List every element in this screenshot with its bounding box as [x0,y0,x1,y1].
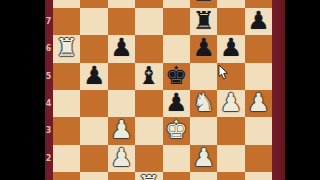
white-pawn-f2[interactable]: ♟ [192,144,214,171]
rank-label-4: 4 [44,90,53,117]
rank-label-2: 2 [44,145,53,172]
white-king-e3[interactable]: ♚ [165,116,187,143]
square-f4[interactable]: ♞ [190,90,217,117]
rank-label-3: 3 [44,117,53,144]
square-a1[interactable] [53,172,80,180]
square-g6[interactable]: ♟ [217,35,244,62]
square-f2[interactable]: ♟ [190,145,217,172]
square-h2[interactable] [245,145,272,172]
square-d1[interactable]: ♜ [135,172,162,180]
square-b5[interactable]: ♟ [80,63,107,90]
square-f3[interactable] [190,117,217,144]
white-pawn-g4[interactable]: ♟ [220,89,242,116]
square-h7[interactable]: ♟ [245,8,272,35]
square-c7[interactable] [108,8,135,35]
chess-board[interactable]: ♜♜♟♜♟♟♟♟♝♚♟♞♟♟♟♚♟♟♜ [53,0,272,180]
square-c3[interactable]: ♟ [108,117,135,144]
white-pawn-c2[interactable]: ♟ [110,144,132,171]
square-f6[interactable]: ♟ [190,35,217,62]
square-a4[interactable] [53,90,80,117]
square-b3[interactable] [80,117,107,144]
square-g7[interactable] [217,8,244,35]
square-b6[interactable] [80,35,107,62]
square-c5[interactable] [108,63,135,90]
black-king-e5[interactable]: ♚ [165,62,187,89]
square-b7[interactable] [80,8,107,35]
black-pawn-g6[interactable]: ♟ [220,34,242,61]
square-e7[interactable] [163,8,190,35]
square-c1[interactable] [108,172,135,180]
square-d6[interactable] [135,35,162,62]
square-b1[interactable] [80,172,107,180]
square-a5[interactable] [53,63,80,90]
square-h4[interactable]: ♟ [245,90,272,117]
square-d8[interactable] [135,0,162,8]
square-g3[interactable] [217,117,244,144]
white-pawn-c3[interactable]: ♟ [110,116,132,143]
square-h1[interactable] [245,172,272,180]
square-e5[interactable]: ♚ [163,63,190,90]
white-rook-a6[interactable]: ♜ [55,34,77,61]
square-f1[interactable] [190,172,217,180]
square-g8[interactable] [217,0,244,8]
black-pawn-c6[interactable]: ♟ [110,34,132,61]
square-a3[interactable] [53,117,80,144]
square-a6[interactable]: ♜ [53,35,80,62]
white-pawn-h4[interactable]: ♟ [247,89,269,116]
square-b4[interactable] [80,90,107,117]
black-pawn-e4[interactable]: ♟ [165,89,187,116]
square-d7[interactable] [135,8,162,35]
square-e8[interactable] [163,0,190,8]
mouse-cursor [218,65,229,80]
square-d4[interactable] [135,90,162,117]
square-d5[interactable]: ♝ [135,63,162,90]
square-h3[interactable] [245,117,272,144]
white-rook-d1[interactable]: ♜ [138,171,160,180]
square-g2[interactable] [217,145,244,172]
square-e2[interactable] [163,145,190,172]
white-knight-f4[interactable]: ♞ [192,89,214,116]
square-c2[interactable]: ♟ [108,145,135,172]
square-d2[interactable] [135,145,162,172]
square-e4[interactable]: ♟ [163,90,190,117]
square-a8[interactable] [53,0,80,8]
rank-label-7: 7 [44,8,53,35]
square-e3[interactable]: ♚ [163,117,190,144]
square-c8[interactable] [108,0,135,8]
rank-label-5: 5 [44,63,53,90]
square-c6[interactable]: ♟ [108,35,135,62]
black-pawn-f6[interactable]: ♟ [192,34,214,61]
square-f7[interactable]: ♜ [190,8,217,35]
square-a2[interactable] [53,145,80,172]
black-rook-f7[interactable]: ♜ [192,7,214,34]
square-d3[interactable] [135,117,162,144]
square-f5[interactable] [190,63,217,90]
square-h6[interactable] [245,35,272,62]
square-e6[interactable] [163,35,190,62]
square-b2[interactable] [80,145,107,172]
rank-label-6: 6 [44,35,53,62]
black-bishop-d5[interactable]: ♝ [138,62,160,89]
square-h5[interactable] [245,63,272,90]
square-g1[interactable] [217,172,244,180]
square-b8[interactable] [80,0,107,8]
square-g4[interactable]: ♟ [217,90,244,117]
black-pawn-b5[interactable]: ♟ [83,62,105,89]
square-c4[interactable] [108,90,135,117]
chess-app-window: ♜♜♟♜♟♟♟♟♝♚♟♞♟♟♟♚♟♟♜ 765432 [0,0,320,180]
black-pawn-h7[interactable]: ♟ [247,7,269,34]
square-a7[interactable] [53,8,80,35]
square-e1[interactable] [163,172,190,180]
